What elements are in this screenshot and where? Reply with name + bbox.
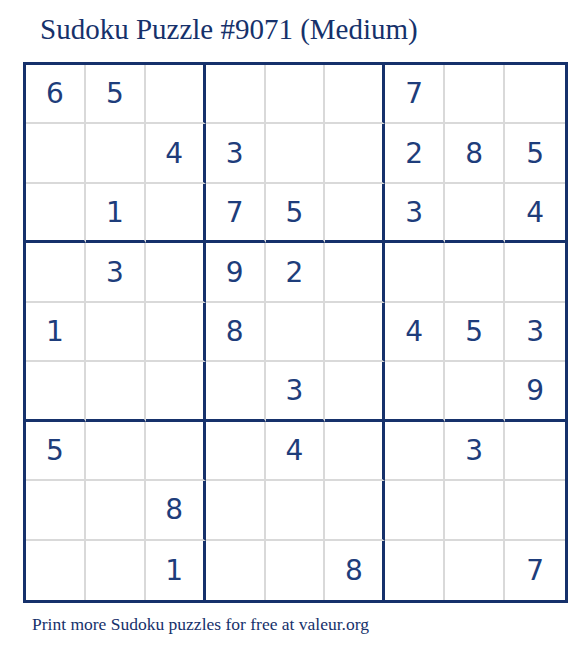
sudoku-cell-r4c5: 2: [266, 243, 326, 302]
sudoku-cell-r1c1: 6: [26, 65, 86, 124]
sudoku-cell-r3c3: [146, 184, 206, 243]
sudoku-cell-r9c7: [385, 541, 445, 600]
sudoku-cell-r8c3: 8: [146, 481, 206, 540]
sudoku-cell-r3c4: 7: [206, 184, 266, 243]
sudoku-cell-r7c4: [206, 422, 266, 481]
sudoku-cell-r9c4: [206, 541, 266, 600]
sudoku-cell-r8c6: [325, 481, 385, 540]
sudoku-cell-r3c9: 4: [505, 184, 565, 243]
sudoku-cell-r2c7: 2: [385, 124, 445, 183]
sudoku-cell-r1c3: [146, 65, 206, 124]
sudoku-cell-r4c3: [146, 243, 206, 302]
sudoku-cell-r6c8: [445, 362, 505, 421]
sudoku-cell-r8c8: [445, 481, 505, 540]
sudoku-cell-r8c1: [26, 481, 86, 540]
sudoku-cell-r7c2: [86, 422, 146, 481]
sudoku-cell-r7c1: 5: [26, 422, 86, 481]
sudoku-cell-r1c6: [325, 65, 385, 124]
sudoku-cell-r7c5: 4: [266, 422, 326, 481]
sudoku-cell-r9c6: 8: [325, 541, 385, 600]
sudoku-cell-r9c9: 7: [505, 541, 565, 600]
sudoku-cell-r1c4: [206, 65, 266, 124]
sudoku-cell-r8c4: [206, 481, 266, 540]
sudoku-cell-r2c8: 8: [445, 124, 505, 183]
sudoku-cell-r4c9: [505, 243, 565, 302]
footer-text: Print more Sudoku puzzles for free at va…: [32, 614, 369, 635]
sudoku-board: 657432851753439218453395438187: [23, 62, 568, 603]
sudoku-cell-r9c8: [445, 541, 505, 600]
sudoku-cell-r1c8: [445, 65, 505, 124]
sudoku-cell-r1c7: 7: [385, 65, 445, 124]
sudoku-cell-r4c4: 9: [206, 243, 266, 302]
sudoku-cell-r6c3: [146, 362, 206, 421]
sudoku-cell-r5c6: [325, 303, 385, 362]
sudoku-cell-r3c6: [325, 184, 385, 243]
sudoku-cell-r5c7: 4: [385, 303, 445, 362]
sudoku-cell-r8c7: [385, 481, 445, 540]
sudoku-cell-r5c5: [266, 303, 326, 362]
sudoku-cell-r2c4: 3: [206, 124, 266, 183]
sudoku-cell-r6c9: 9: [505, 362, 565, 421]
sudoku-cell-r2c1: [26, 124, 86, 183]
sudoku-cell-r6c4: [206, 362, 266, 421]
sudoku-cell-r3c5: 5: [266, 184, 326, 243]
sudoku-cell-r7c6: [325, 422, 385, 481]
sudoku-cell-r8c5: [266, 481, 326, 540]
sudoku-cell-r7c7: [385, 422, 445, 481]
sudoku-cell-r1c9: [505, 65, 565, 124]
sudoku-cell-r2c5: [266, 124, 326, 183]
sudoku-cell-r2c2: [86, 124, 146, 183]
sudoku-cell-r5c9: 3: [505, 303, 565, 362]
sudoku-cell-r9c1: [26, 541, 86, 600]
sudoku-cell-r6c5: 3: [266, 362, 326, 421]
sudoku-cell-r5c3: [146, 303, 206, 362]
sudoku-cell-r4c2: 3: [86, 243, 146, 302]
sudoku-cell-r6c1: [26, 362, 86, 421]
sudoku-cell-r2c3: 4: [146, 124, 206, 183]
sudoku-cell-r7c9: [505, 422, 565, 481]
sudoku-cell-r5c4: 8: [206, 303, 266, 362]
page-title: Sudoku Puzzle #9071 (Medium): [40, 14, 418, 46]
sudoku-cell-r2c6: [325, 124, 385, 183]
sudoku-cell-r5c8: 5: [445, 303, 505, 362]
sudoku-cell-r4c6: [325, 243, 385, 302]
sudoku-cell-r5c1: 1: [26, 303, 86, 362]
sudoku-cell-r9c5: [266, 541, 326, 600]
sudoku-cell-r6c2: [86, 362, 146, 421]
sudoku-cell-r5c2: [86, 303, 146, 362]
sudoku-cell-r3c8: [445, 184, 505, 243]
sudoku-cell-r1c2: 5: [86, 65, 146, 124]
sudoku-cell-r3c7: 3: [385, 184, 445, 243]
sudoku-cell-r8c9: [505, 481, 565, 540]
sudoku-cell-r8c2: [86, 481, 146, 540]
sudoku-cell-r4c8: [445, 243, 505, 302]
sudoku-cell-r4c7: [385, 243, 445, 302]
sudoku-cell-r2c9: 5: [505, 124, 565, 183]
sudoku-cell-r6c6: [325, 362, 385, 421]
sudoku-cell-r3c2: 1: [86, 184, 146, 243]
sudoku-cell-r7c8: 3: [445, 422, 505, 481]
sudoku-cell-r9c2: [86, 541, 146, 600]
sudoku-cell-r6c7: [385, 362, 445, 421]
sudoku-cell-r1c5: [266, 65, 326, 124]
sudoku-cell-r9c3: 1: [146, 541, 206, 600]
sudoku-cell-r7c3: [146, 422, 206, 481]
sudoku-cell-r3c1: [26, 184, 86, 243]
sudoku-cell-r4c1: [26, 243, 86, 302]
